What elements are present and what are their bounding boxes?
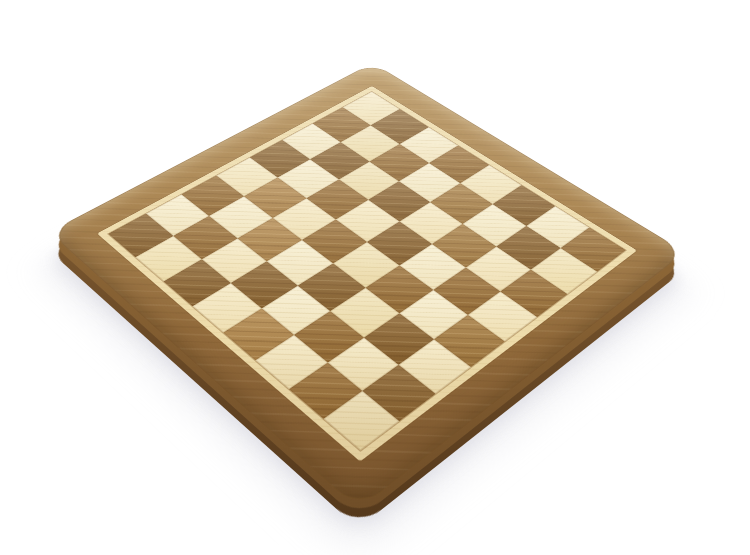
product-photo-scene xyxy=(0,0,750,555)
chessboard xyxy=(135,10,599,474)
board-top-surface xyxy=(49,63,685,510)
board-inlay-border xyxy=(97,86,637,462)
